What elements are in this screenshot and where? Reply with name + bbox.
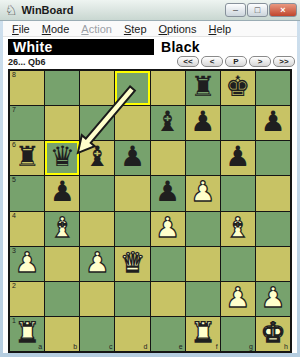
square-a7[interactable]: 7	[10, 106, 44, 140]
square-h5[interactable]	[256, 176, 290, 210]
square-c6[interactable]: ♝	[80, 141, 114, 175]
status-row: 26... Qb6 <<<P>>>	[3, 55, 297, 68]
file-label: f	[216, 343, 218, 351]
square-f4[interactable]	[186, 212, 220, 246]
square-d5[interactable]	[115, 176, 149, 210]
square-f3[interactable]	[186, 247, 220, 281]
black-player-label: Black	[161, 39, 200, 55]
file-label: e	[179, 343, 183, 351]
square-a2[interactable]: 2	[10, 282, 44, 316]
black-pawn: ♟	[225, 143, 250, 171]
square-g2[interactable]: ♟	[221, 282, 255, 316]
square-b4[interactable]: ♝	[45, 212, 79, 246]
black-bishop: ♝	[85, 143, 110, 171]
square-g8[interactable]: ♚	[221, 71, 255, 105]
square-h8[interactable]	[256, 71, 290, 105]
nav-step-forward-button[interactable]: >	[249, 56, 271, 67]
square-h1[interactable]: h♚	[256, 317, 290, 351]
players-header: White Black	[3, 37, 297, 55]
square-b8[interactable]	[45, 71, 79, 105]
black-king: ♚	[225, 73, 250, 101]
square-e5[interactable]: ♟	[151, 176, 185, 210]
square-g4[interactable]: ♝	[221, 212, 255, 246]
white-bishop: ♝	[50, 214, 75, 242]
nav-step-back-button[interactable]: <	[201, 56, 223, 67]
white-pawn: ♟	[225, 284, 250, 312]
white-pawn: ♟	[155, 214, 180, 242]
maximize-button[interactable]: □	[247, 3, 268, 17]
black-rook: ♜	[190, 73, 215, 101]
square-f5[interactable]: ♟	[186, 176, 220, 210]
square-g3[interactable]	[221, 247, 255, 281]
square-f8[interactable]: ♜	[186, 71, 220, 105]
white-rook: ♜	[190, 319, 215, 347]
square-e2[interactable]	[151, 282, 185, 316]
square-h4[interactable]	[256, 212, 290, 246]
square-c8[interactable]	[80, 71, 114, 105]
menu-options[interactable]: Options	[153, 23, 203, 35]
square-d4[interactable]	[115, 212, 149, 246]
nav-to-end-button[interactable]: >>	[273, 56, 295, 67]
file-label: c	[109, 343, 113, 351]
square-a8[interactable]: 8	[10, 71, 44, 105]
square-d3[interactable]: ♛	[115, 247, 149, 281]
close-button[interactable]: ×	[269, 3, 297, 17]
square-b6[interactable]: ♛	[45, 141, 79, 175]
square-e8[interactable]	[151, 71, 185, 105]
rank-label: 2	[12, 282, 16, 290]
board-area: 8♜♚7♝♟♟6♜♛♝♟♟5♟♟♟4♝♟♝3♟♟♛2♟♟1a♜bcdef♜gh♚	[3, 68, 297, 353]
white-pawn: ♟	[15, 249, 40, 277]
square-g6[interactable]: ♟	[221, 141, 255, 175]
square-e3[interactable]	[151, 247, 185, 281]
file-label: b	[73, 343, 77, 351]
white-pawn: ♟	[190, 178, 215, 206]
black-pawn: ♟	[190, 108, 215, 136]
black-pawn: ♟	[260, 108, 285, 136]
square-d7[interactable]	[115, 106, 149, 140]
rank-label: 8	[12, 71, 16, 79]
square-c4[interactable]	[80, 212, 114, 246]
white-king: ♚	[260, 319, 285, 347]
square-d1[interactable]: d	[115, 317, 149, 351]
square-b7[interactable]	[45, 106, 79, 140]
square-e7[interactable]: ♝	[151, 106, 185, 140]
menu-bar: FileModeActionStepOptionsHelp	[3, 21, 297, 37]
nav-to-start-button[interactable]: <<	[177, 56, 199, 67]
black-bishop: ♝	[155, 108, 180, 136]
chess-board: 8♜♚7♝♟♟6♜♛♝♟♟5♟♟♟4♝♟♝3♟♟♛2♟♟1a♜bcdef♜gh♚	[8, 69, 292, 353]
square-c3[interactable]: ♟	[80, 247, 114, 281]
square-c1[interactable]: c	[80, 317, 114, 351]
white-pawn: ♟	[260, 284, 285, 312]
square-a4[interactable]: 4	[10, 212, 44, 246]
minimize-button[interactable]: –	[225, 3, 246, 17]
square-a1[interactable]: 1a♜	[10, 317, 44, 351]
rank-label: 7	[12, 106, 16, 114]
square-e4[interactable]: ♟	[151, 212, 185, 246]
file-label: g	[249, 343, 253, 351]
white-bishop: ♝	[225, 214, 250, 242]
square-f1[interactable]: f♜	[186, 317, 220, 351]
square-h2[interactable]: ♟	[256, 282, 290, 316]
file-label: d	[144, 343, 148, 351]
black-queen: ♛	[50, 143, 75, 171]
square-h7[interactable]: ♟	[256, 106, 290, 140]
square-e6[interactable]	[151, 141, 185, 175]
window-title: WinBoard	[22, 4, 224, 16]
rank-label: 4	[12, 212, 16, 220]
square-f2[interactable]	[186, 282, 220, 316]
menu-file[interactable]: File	[6, 23, 36, 35]
white-rook: ♜	[15, 319, 40, 347]
black-pawn: ♟	[50, 178, 75, 206]
black-pawn: ♟	[120, 143, 145, 171]
square-d8[interactable]	[115, 71, 149, 105]
square-a5[interactable]: 5	[10, 176, 44, 210]
square-e1[interactable]: e	[151, 317, 185, 351]
square-c2[interactable]	[80, 282, 114, 316]
menu-action[interactable]: Action	[75, 23, 118, 35]
square-b5[interactable]: ♟	[45, 176, 79, 210]
square-d6[interactable]: ♟	[115, 141, 149, 175]
square-h3[interactable]	[256, 247, 290, 281]
winboard-window: ♘ WinBoard – □ × FileModeActionStepOptio…	[0, 0, 300, 357]
black-pawn: ♟	[155, 178, 180, 206]
winboard-knight-icon: ♘	[5, 3, 18, 17]
nav-buttons: <<<P>>>	[175, 56, 295, 67]
black-rook: ♜	[15, 143, 40, 171]
square-h6[interactable]	[256, 141, 290, 175]
square-g5[interactable]	[221, 176, 255, 210]
nav-pause-button[interactable]: P	[225, 56, 247, 67]
menu-step[interactable]: Step	[118, 23, 153, 35]
square-c7[interactable]	[80, 106, 114, 140]
square-g1[interactable]: g	[221, 317, 255, 351]
square-b3[interactable]	[45, 247, 79, 281]
square-a3[interactable]: 3♟	[10, 247, 44, 281]
square-g7[interactable]	[221, 106, 255, 140]
square-b2[interactable]	[45, 282, 79, 316]
square-f6[interactable]	[186, 141, 220, 175]
menu-mode[interactable]: Mode	[36, 23, 76, 35]
title-bar: ♘ WinBoard – □ ×	[0, 0, 300, 21]
move-indicator: 26... Qb6	[8, 57, 46, 67]
square-c5[interactable]	[80, 176, 114, 210]
rank-label: 5	[12, 176, 16, 184]
square-d2[interactable]	[115, 282, 149, 316]
square-b1[interactable]: b	[45, 317, 79, 351]
white-pawn: ♟	[85, 249, 110, 277]
square-f7[interactable]: ♟	[186, 106, 220, 140]
square-a6[interactable]: 6♜	[10, 141, 44, 175]
white-player-label: White	[8, 39, 154, 55]
menu-help[interactable]: Help	[202, 23, 237, 35]
white-queen: ♛	[120, 249, 145, 277]
